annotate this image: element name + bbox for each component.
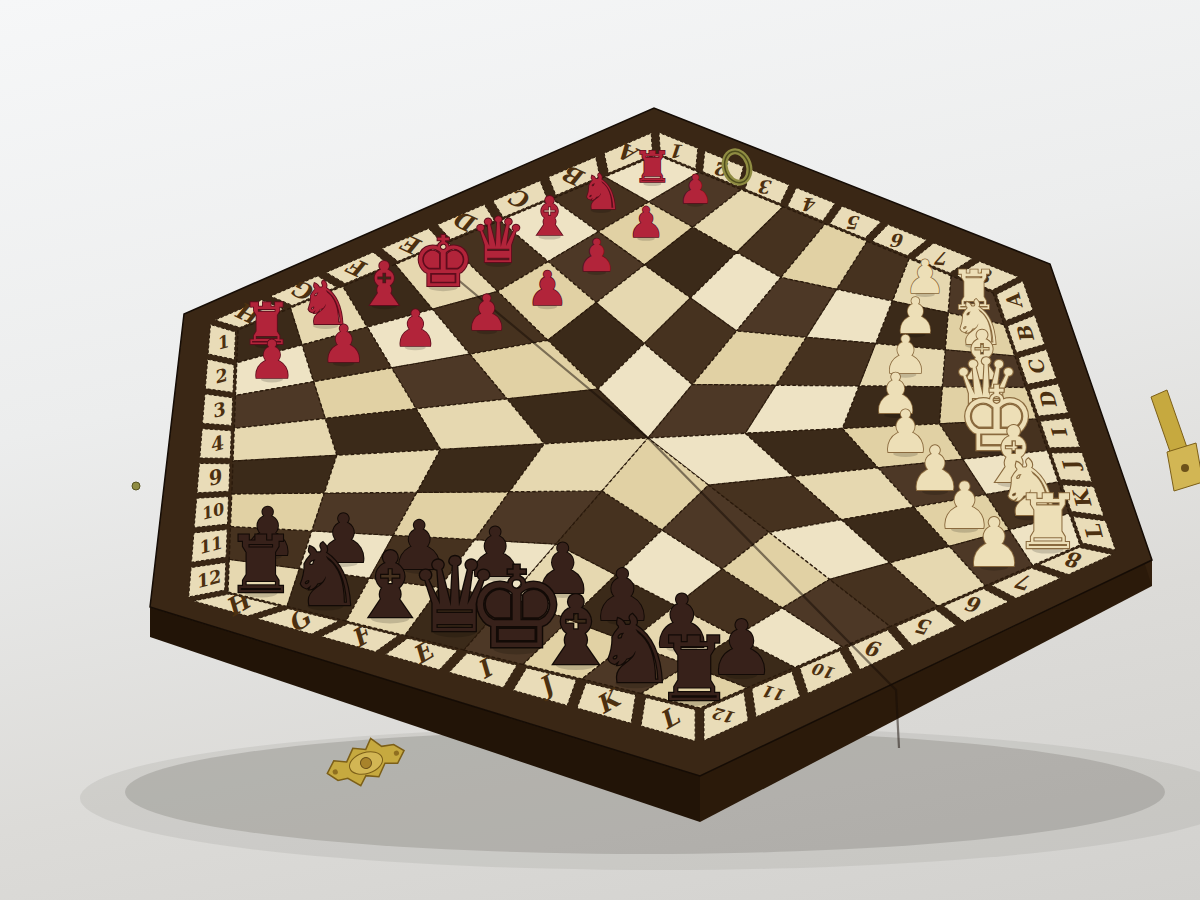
- red-queen-at-498-254[interactable]: ♛: [470, 204, 526, 277]
- coord-cell-left-ranks-3: 3: [203, 394, 233, 425]
- svg-text:♛: ♛: [470, 204, 526, 277]
- coord-cell-left-ranks-2: 2: [205, 359, 234, 392]
- red-pawn-at-695-198[interactable]: ♟: [678, 166, 713, 212]
- svg-text:♟: ♟: [577, 230, 617, 282]
- coord-cell-left-ranks-11: 11: [192, 530, 228, 563]
- right-brass-latch: [1151, 390, 1200, 491]
- svg-text:♟: ♟: [964, 504, 1024, 582]
- red-pawn-at-597-265[interactable]: ♟: [577, 230, 617, 282]
- svg-text:♟: ♟: [248, 329, 295, 390]
- white-pawn-at-994-557[interactable]: ♟: [964, 504, 1024, 582]
- svg-text:♟: ♟: [678, 166, 713, 212]
- svg-text:♟: ♟: [393, 299, 438, 358]
- photo-scene: Three-player chess (hexagonal 96-square …: [0, 0, 1200, 900]
- svg-text:♟: ♟: [465, 284, 509, 342]
- red-rook-at-652-177[interactable]: ♜: [633, 142, 672, 192]
- svg-text:♜: ♜: [226, 519, 297, 611]
- square-h9[interactable]: [232, 455, 337, 494]
- svg-text:♜: ♜: [633, 142, 672, 192]
- red-pawn-at-487-324[interactable]: ♟: [465, 284, 509, 342]
- white-rook-at-1048-538[interactable]: ♜: [1014, 478, 1081, 566]
- coord-cell-left-ranks-4: 4: [200, 429, 232, 459]
- red-bishop-at-550-228[interactable]: ♝: [526, 185, 574, 248]
- red-knight-at-601-202[interactable]: ♞: [579, 164, 623, 221]
- svg-text:♟: ♟: [627, 198, 665, 247]
- red-pawn-at-547-299[interactable]: ♟: [526, 261, 568, 316]
- svg-text:1: 1: [671, 140, 685, 162]
- svg-text:♝: ♝: [526, 185, 574, 248]
- red-pawn-at-272-371[interactable]: ♟: [248, 329, 295, 390]
- svg-text:♜: ♜: [655, 618, 734, 721]
- svg-text:♟: ♟: [320, 314, 366, 374]
- left-hinge-pin: [132, 482, 140, 490]
- dark-rook-at-694-689[interactable]: ♜: [655, 618, 734, 721]
- dark-rook-at-261-582[interactable]: ♜: [226, 519, 297, 611]
- red-pawn-at-415-340[interactable]: ♟: [393, 299, 438, 358]
- coord-cell-left-ranks-9: 9: [197, 464, 230, 493]
- red-pawn-at-344-355[interactable]: ♟: [320, 314, 366, 374]
- svg-text:♜: ♜: [1014, 478, 1081, 566]
- svg-text:♟: ♟: [526, 261, 568, 316]
- svg-text:♞: ♞: [579, 164, 623, 221]
- coord-cell-left-ranks-10: 10: [194, 497, 228, 528]
- three-player-chessboard: ABCDEFGH12345678ABCDIJKL12111095678HGFEI…: [0, 0, 1200, 900]
- red-pawn-at-646-231[interactable]: ♟: [627, 198, 665, 247]
